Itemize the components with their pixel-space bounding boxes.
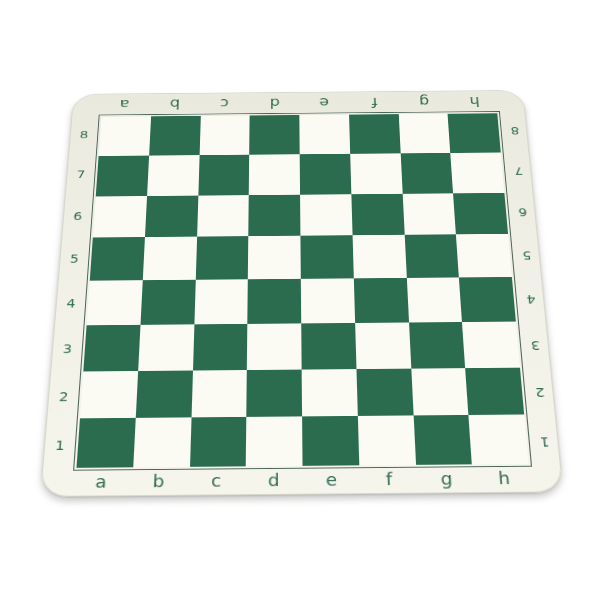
square-c5 [195, 236, 248, 279]
square-g5 [404, 235, 459, 278]
square-e2 [302, 369, 358, 417]
square-e1 [302, 416, 359, 466]
square-g4 [406, 277, 462, 322]
square-g7 [400, 153, 453, 194]
square-h8 [448, 113, 501, 152]
rank-label-right-5: 5 [512, 233, 542, 277]
square-a7 [96, 155, 149, 196]
square-h6 [453, 193, 508, 235]
square-g2 [411, 368, 469, 416]
square-c3 [192, 324, 247, 370]
square-g6 [402, 193, 456, 235]
square-b3 [138, 324, 194, 370]
square-a2 [80, 371, 138, 419]
square-g1 [413, 415, 472, 465]
file-label-top-b: b [149, 94, 200, 113]
square-d2 [247, 369, 303, 417]
square-e7 [300, 154, 351, 195]
square-f7 [350, 153, 402, 194]
square-c8 [199, 115, 250, 154]
square-f2 [356, 368, 413, 416]
file-labels-bottom: abcdefgh [71, 466, 534, 495]
square-b7 [147, 155, 199, 196]
rank-label-right-2: 2 [524, 368, 556, 416]
square-c1 [189, 417, 246, 467]
square-d5 [248, 236, 301, 279]
square-a4 [87, 280, 143, 325]
rank-label-left-6: 6 [63, 195, 92, 237]
file-labels-top: abcdefgh [99, 92, 500, 114]
square-a3 [83, 325, 140, 371]
square-d7 [249, 154, 300, 195]
file-label-bottom-c: c [187, 468, 245, 493]
playing-field-border [73, 111, 532, 471]
square-e5 [300, 235, 353, 278]
square-f4 [354, 278, 409, 323]
square-b1 [133, 418, 191, 468]
square-d4 [248, 279, 302, 324]
square-f3 [355, 322, 411, 368]
rank-label-right-7: 7 [504, 150, 533, 191]
rank-label-left-8: 8 [70, 115, 98, 155]
square-e3 [301, 323, 356, 369]
file-label-top-h: h [448, 92, 499, 111]
square-d3 [247, 323, 302, 369]
rank-label-right-3: 3 [520, 322, 551, 369]
file-label-bottom-d: d [245, 468, 303, 493]
square-b5 [143, 237, 197, 280]
rank-label-right-6: 6 [508, 191, 537, 233]
square-b4 [140, 280, 195, 325]
square-b8 [149, 116, 200, 155]
square-a8 [99, 116, 151, 155]
square-f5 [352, 235, 406, 278]
square-d1 [246, 417, 303, 467]
file-label-bottom-e: e [303, 467, 361, 492]
file-label-bottom-b: b [129, 469, 188, 494]
rank-label-right-1: 1 [529, 416, 561, 466]
square-f8 [349, 114, 400, 153]
square-b2 [135, 370, 192, 418]
rank-label-left-2: 2 [48, 372, 79, 421]
square-a5 [90, 237, 145, 280]
square-a1 [76, 418, 135, 468]
file-label-top-e: e [299, 93, 349, 112]
rank-label-right-8: 8 [501, 111, 529, 151]
square-e4 [301, 278, 355, 323]
square-h4 [459, 277, 516, 322]
photo-background: abcdefgh 87654321 87654321 abcdefgh [0, 0, 600, 600]
square-c6 [197, 195, 249, 237]
square-e6 [300, 194, 352, 236]
square-h7 [450, 152, 504, 193]
file-label-top-c: c [199, 94, 249, 113]
square-a6 [93, 196, 147, 238]
square-f1 [358, 416, 416, 466]
rank-label-left-7: 7 [67, 154, 95, 195]
file-label-bottom-f: f [360, 467, 419, 492]
square-f6 [351, 193, 404, 235]
rank-label-right-4: 4 [516, 277, 547, 322]
rank-label-left-4: 4 [56, 281, 86, 326]
square-e8 [299, 115, 350, 154]
file-label-top-g: g [399, 92, 450, 111]
square-g8 [398, 114, 450, 153]
file-label-bottom-h: h [475, 466, 535, 491]
square-d8 [249, 115, 299, 154]
square-c7 [198, 155, 250, 196]
square-d6 [249, 194, 301, 236]
square-h3 [462, 321, 520, 367]
square-b6 [145, 195, 198, 237]
file-label-top-a: a [99, 95, 150, 114]
rank-label-left-5: 5 [60, 237, 89, 281]
file-label-top-d: d [249, 93, 299, 112]
square-c4 [194, 279, 248, 324]
square-c2 [191, 370, 247, 418]
square-h1 [469, 415, 529, 465]
perspective-wrapper: abcdefgh 87654321 87654321 abcdefgh [0, 0, 600, 600]
chess-mat: abcdefgh 87654321 87654321 abcdefgh [40, 90, 564, 497]
square-g3 [409, 322, 466, 368]
file-label-top-f: f [349, 93, 400, 112]
rank-label-left-3: 3 [52, 326, 82, 373]
square-h5 [456, 234, 512, 277]
file-label-bottom-a: a [71, 469, 130, 494]
file-label-bottom-g: g [417, 466, 476, 491]
square-h2 [465, 367, 524, 415]
rank-label-left-1: 1 [44, 421, 76, 471]
board-squares [76, 113, 528, 467]
